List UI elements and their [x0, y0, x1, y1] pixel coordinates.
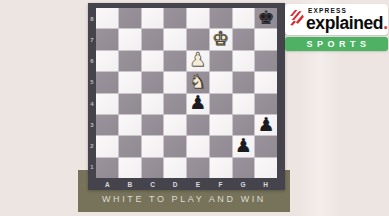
square-d8: [164, 8, 186, 28]
square-g1: [233, 158, 255, 178]
white-knight-e5: ♞: [189, 72, 206, 91]
square-c5: [142, 72, 164, 92]
square-h8: ♚: [255, 8, 277, 28]
square-d7: [164, 29, 186, 49]
square-c3: [142, 115, 164, 135]
square-e6: ♟: [187, 51, 209, 71]
file-label-b: B: [119, 178, 142, 190]
square-d5: [164, 72, 186, 92]
black-king-h8: ♚: [258, 8, 275, 27]
square-f7: ♚: [210, 29, 232, 49]
square-c2: [142, 136, 164, 156]
square-g8: [233, 8, 255, 28]
square-f1: [210, 158, 232, 178]
square-f5: [210, 72, 232, 92]
chess-board: 87654321 ♚♚♟♞♟♟♟ ABCDEFGH: [88, 3, 285, 190]
rank-label-5: 5: [88, 72, 96, 93]
square-f3: [210, 115, 232, 135]
square-e5: ♞: [187, 72, 209, 92]
square-e3: [187, 115, 209, 135]
black-pawn-e4: ♟: [189, 93, 206, 112]
file-label-c: C: [141, 178, 164, 190]
white-king-f7: ♚: [212, 29, 229, 48]
black-pawn-h3: ♟: [258, 115, 275, 134]
express-explained-logo: EXPRESS explained. SPORTS: [285, 4, 388, 51]
rank-label-7: 7: [88, 29, 96, 50]
file-label-e: E: [187, 178, 210, 190]
file-label-f: F: [209, 178, 232, 190]
logo-wordmark: EXPRESS explained.: [306, 7, 388, 32]
square-c8: [142, 8, 164, 28]
square-h4: [255, 94, 277, 114]
board-squares: ♚♚♟♞♟♟♟: [96, 8, 277, 178]
rank-label-6: 6: [88, 51, 96, 72]
square-b2: [119, 136, 141, 156]
square-b1: [119, 158, 141, 178]
square-c7: [142, 29, 164, 49]
square-d2: [164, 136, 186, 156]
explained-word: explained: [306, 13, 383, 33]
square-g4: [233, 94, 255, 114]
square-b7: [119, 29, 141, 49]
square-a5: [96, 72, 118, 92]
square-h7: [255, 29, 277, 49]
square-g6: [233, 51, 255, 71]
file-label-g: G: [232, 178, 255, 190]
rank-label-1: 1: [88, 157, 96, 178]
square-c1: [142, 158, 164, 178]
rank-label-3: 3: [88, 114, 96, 135]
square-h5: [255, 72, 277, 92]
square-e1: [187, 158, 209, 178]
square-f2: [210, 136, 232, 156]
square-f8: [210, 8, 232, 28]
square-d4: [164, 94, 186, 114]
square-d3: [164, 115, 186, 135]
square-g7: [233, 29, 255, 49]
square-a6: [96, 51, 118, 71]
square-e4: ♟: [187, 94, 209, 114]
square-g2: ♟: [233, 136, 255, 156]
square-h3: ♟: [255, 115, 277, 135]
square-a8: [96, 8, 118, 28]
square-g5: [233, 72, 255, 92]
square-h1: [255, 158, 277, 178]
square-d1: [164, 158, 186, 178]
explained-text: explained.: [306, 15, 388, 33]
square-h2: [255, 136, 277, 156]
square-a3: [96, 115, 118, 135]
chess-puzzle-graphic: 87654321 ♚♚♟♞♟♟♟ ABCDEFGH WHITE TO PLAY …: [0, 0, 389, 216]
square-c4: [142, 94, 164, 114]
square-b5: [119, 72, 141, 92]
sports-ribbon: SPORTS: [285, 37, 388, 51]
square-d6: [164, 51, 186, 71]
express-stripes-icon: [289, 7, 304, 32]
rank-label-4: 4: [88, 93, 96, 114]
square-a1: [96, 158, 118, 178]
logo-masthead: EXPRESS explained.: [285, 4, 388, 35]
file-labels: ABCDEFGH: [96, 178, 277, 190]
file-label-h: H: [254, 178, 277, 190]
square-a4: [96, 94, 118, 114]
puzzle-caption: WHITE TO PLAY AND WIN: [78, 194, 290, 204]
square-b4: [119, 94, 141, 114]
rank-labels: 87654321: [88, 8, 96, 178]
square-a2: [96, 136, 118, 156]
square-h6: [255, 51, 277, 71]
square-f6: [210, 51, 232, 71]
rank-label-8: 8: [88, 8, 96, 29]
square-b3: [119, 115, 141, 135]
sports-text: SPORTS: [302, 39, 370, 49]
file-label-d: D: [164, 178, 187, 190]
square-a7: [96, 29, 118, 49]
square-e7: [187, 29, 209, 49]
square-e2: [187, 136, 209, 156]
square-c6: [142, 51, 164, 71]
file-label-a: A: [96, 178, 119, 190]
square-e8: [187, 8, 209, 28]
white-pawn-e6: ♟: [189, 50, 206, 69]
square-b8: [119, 8, 141, 28]
square-b6: [119, 51, 141, 71]
rank-label-2: 2: [88, 136, 96, 157]
square-g3: [233, 115, 255, 135]
square-f4: [210, 94, 232, 114]
black-pawn-g2: ♟: [235, 136, 252, 155]
explained-dot: .: [383, 13, 387, 33]
